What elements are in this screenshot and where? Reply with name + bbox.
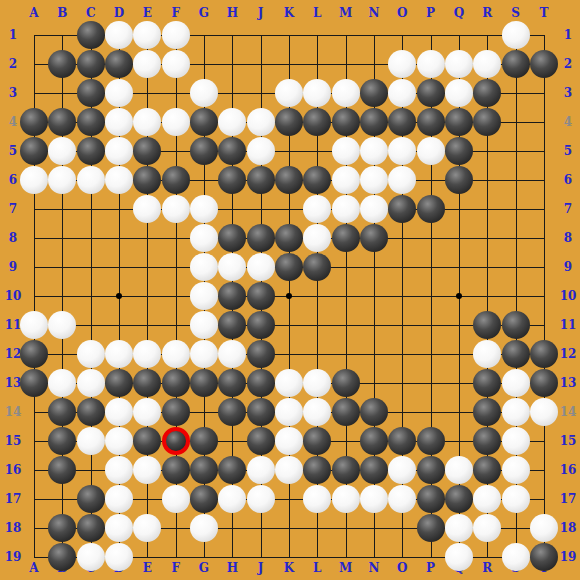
row-label-left-9: 9 (9, 260, 17, 274)
stone-N6[interactable] (360, 166, 388, 194)
stone-Q5[interactable] (445, 137, 473, 165)
stone-S15[interactable] (502, 427, 530, 455)
stone-J4[interactable] (247, 108, 275, 136)
column-label-bottom-A: A (29, 561, 38, 575)
go-board[interactable]: AABBCCDDEEFFGGHHJJKKLLMMNNOOPPQQRRSSTT11… (0, 0, 580, 580)
stone-K6[interactable] (275, 166, 303, 194)
stone-C4[interactable] (77, 108, 105, 136)
stone-C17[interactable] (77, 485, 105, 513)
stone-G8[interactable] (190, 224, 218, 252)
stone-D4[interactable] (105, 108, 133, 136)
stone-H5[interactable] (218, 137, 246, 165)
stone-D12[interactable] (105, 340, 133, 368)
row-label-right-10: 10 (560, 289, 577, 303)
stone-B2[interactable] (48, 50, 76, 78)
column-label-top-Q: Q (454, 6, 464, 20)
stone-P7[interactable] (417, 195, 445, 223)
stone-A11[interactable] (20, 311, 48, 339)
column-label-top-S: S (511, 6, 520, 20)
stone-A4[interactable] (20, 108, 48, 136)
stone-F14[interactable] (162, 398, 190, 426)
stone-M16[interactable] (332, 456, 360, 484)
stone-J8[interactable] (247, 224, 275, 252)
stone-M17[interactable] (332, 485, 360, 513)
stone-C19[interactable] (77, 543, 105, 571)
stone-F12[interactable] (162, 340, 190, 368)
column-label-top-R: R (482, 6, 492, 20)
stone-J17[interactable] (247, 485, 275, 513)
stone-C5[interactable] (77, 137, 105, 165)
stone-S1[interactable] (502, 21, 530, 49)
stone-Q2[interactable] (445, 50, 473, 78)
column-label-top-F: F (171, 6, 180, 20)
stone-R17[interactable] (473, 485, 501, 513)
stone-H11[interactable] (218, 311, 246, 339)
stone-G3[interactable] (190, 79, 218, 107)
stone-S13[interactable] (502, 369, 530, 397)
star-point-Q10 (456, 293, 462, 299)
stone-O3[interactable] (388, 79, 416, 107)
row-label-left-17: 17 (5, 492, 22, 506)
stone-D1[interactable] (105, 21, 133, 49)
row-label-left-5: 5 (9, 144, 17, 158)
stone-K16[interactable] (275, 456, 303, 484)
row-label-right-18: 18 (560, 521, 577, 535)
row-label-left-13: 13 (5, 376, 22, 390)
stone-T19[interactable] (530, 543, 558, 571)
column-label-top-L: L (313, 6, 321, 20)
stone-J16[interactable] (247, 456, 275, 484)
column-label-top-M: M (339, 6, 352, 20)
stone-N4[interactable] (360, 108, 388, 136)
stone-R11[interactable] (473, 311, 501, 339)
stone-F15-last-move-marker[interactable] (162, 427, 190, 455)
stone-K9[interactable] (275, 253, 303, 281)
stone-L3[interactable] (303, 79, 331, 107)
stone-L9[interactable] (303, 253, 331, 281)
stone-H10[interactable] (218, 282, 246, 310)
column-label-bottom-H: H (227, 561, 238, 575)
stone-E1[interactable] (133, 21, 161, 49)
stone-N3[interactable] (360, 79, 388, 107)
column-label-top-E: E (143, 6, 152, 20)
column-label-bottom-P: P (426, 561, 435, 575)
stone-D3[interactable] (105, 79, 133, 107)
stone-O17[interactable] (388, 485, 416, 513)
star-point-D10 (116, 293, 122, 299)
stone-R18[interactable] (473, 514, 501, 542)
stone-O6[interactable] (388, 166, 416, 194)
stone-R12[interactable] (473, 340, 501, 368)
stone-D2[interactable] (105, 50, 133, 78)
stone-S14[interactable] (502, 398, 530, 426)
stone-G11[interactable] (190, 311, 218, 339)
column-label-top-H: H (227, 6, 238, 20)
stone-G12[interactable] (190, 340, 218, 368)
stone-G13[interactable] (190, 369, 218, 397)
stone-D18[interactable] (105, 514, 133, 542)
stone-P2[interactable] (417, 50, 445, 78)
stone-D5[interactable] (105, 137, 133, 165)
stone-K13[interactable] (275, 369, 303, 397)
stone-F13[interactable] (162, 369, 190, 397)
row-label-right-14: 14 (560, 405, 577, 419)
stone-O15[interactable] (388, 427, 416, 455)
stone-P15[interactable] (417, 427, 445, 455)
stone-L14[interactable] (303, 398, 331, 426)
stone-N5[interactable] (360, 137, 388, 165)
stone-T2[interactable] (530, 50, 558, 78)
stone-H4[interactable] (218, 108, 246, 136)
stone-S19[interactable] (502, 543, 530, 571)
stone-G15[interactable] (190, 427, 218, 455)
row-label-left-6: 6 (9, 173, 17, 187)
column-label-bottom-N: N (368, 561, 379, 575)
row-label-left-12: 12 (5, 347, 22, 361)
stone-E4[interactable] (133, 108, 161, 136)
column-label-top-P: P (426, 6, 435, 20)
stone-D19[interactable] (105, 543, 133, 571)
stone-E6[interactable] (133, 166, 161, 194)
row-label-left-19: 19 (5, 550, 22, 564)
stone-R16[interactable] (473, 456, 501, 484)
row-label-left-16: 16 (5, 463, 22, 477)
column-label-top-A: A (29, 6, 38, 20)
stone-L8[interactable] (303, 224, 331, 252)
row-label-right-16: 16 (560, 463, 577, 477)
stone-Q18[interactable] (445, 514, 473, 542)
stone-P5[interactable] (417, 137, 445, 165)
stone-D15[interactable] (105, 427, 133, 455)
stone-E13[interactable] (133, 369, 161, 397)
stone-R2[interactable] (473, 50, 501, 78)
stone-F7[interactable] (162, 195, 190, 223)
stone-A12[interactable] (20, 340, 48, 368)
row-label-left-11: 11 (5, 318, 22, 332)
row-label-left-14: 14 (5, 405, 22, 419)
column-label-bottom-L: L (313, 561, 321, 575)
stone-P3[interactable] (417, 79, 445, 107)
row-label-right-19: 19 (560, 550, 577, 564)
stone-B19[interactable] (48, 543, 76, 571)
stone-R3[interactable] (473, 79, 501, 107)
stone-F16[interactable] (162, 456, 190, 484)
stone-C18[interactable] (77, 514, 105, 542)
stone-G7[interactable] (190, 195, 218, 223)
stone-M8[interactable] (332, 224, 360, 252)
row-label-left-10: 10 (5, 289, 22, 303)
stone-H6[interactable] (218, 166, 246, 194)
row-label-left-15: 15 (5, 434, 22, 448)
stone-Q3[interactable] (445, 79, 473, 107)
column-label-top-K: K (284, 6, 294, 20)
row-label-left-8: 8 (9, 231, 17, 245)
stone-G4[interactable] (190, 108, 218, 136)
stone-E2[interactable] (133, 50, 161, 78)
stone-J11[interactable] (247, 311, 275, 339)
stone-Q6[interactable] (445, 166, 473, 194)
stone-G16[interactable] (190, 456, 218, 484)
stone-M6[interactable] (332, 166, 360, 194)
stone-C13[interactable] (77, 369, 105, 397)
stone-H16[interactable] (218, 456, 246, 484)
stone-O16[interactable] (388, 456, 416, 484)
stone-E18[interactable] (133, 514, 161, 542)
stone-H12[interactable] (218, 340, 246, 368)
stone-J12[interactable] (247, 340, 275, 368)
stone-A5[interactable] (20, 137, 48, 165)
stone-E12[interactable] (133, 340, 161, 368)
stone-Q16[interactable] (445, 456, 473, 484)
stone-M7[interactable] (332, 195, 360, 223)
stone-K15[interactable] (275, 427, 303, 455)
stone-E5[interactable] (133, 137, 161, 165)
stone-F4[interactable] (162, 108, 190, 136)
stone-F6[interactable] (162, 166, 190, 194)
row-label-right-7: 7 (564, 202, 572, 216)
stone-Q4[interactable] (445, 108, 473, 136)
row-label-left-3: 3 (9, 86, 17, 100)
stone-M13[interactable] (332, 369, 360, 397)
stone-B6[interactable] (48, 166, 76, 194)
column-label-bottom-F: F (171, 561, 180, 575)
stone-O4[interactable] (388, 108, 416, 136)
stone-D17[interactable] (105, 485, 133, 513)
stone-E7[interactable] (133, 195, 161, 223)
row-label-right-3: 3 (564, 86, 572, 100)
stone-B5[interactable] (48, 137, 76, 165)
stone-H17[interactable] (218, 485, 246, 513)
stone-T18[interactable] (530, 514, 558, 542)
stone-H14[interactable] (218, 398, 246, 426)
row-label-left-2: 2 (9, 57, 17, 71)
column-label-bottom-E: E (143, 561, 152, 575)
stone-A13[interactable] (20, 369, 48, 397)
column-label-top-C: C (86, 6, 96, 20)
stone-P18[interactable] (417, 514, 445, 542)
stone-G17[interactable] (190, 485, 218, 513)
stone-P16[interactable] (417, 456, 445, 484)
stone-G9[interactable] (190, 253, 218, 281)
column-label-top-O: O (397, 6, 407, 20)
stone-L4[interactable] (303, 108, 331, 136)
stone-S16[interactable] (502, 456, 530, 484)
stone-C6[interactable] (77, 166, 105, 194)
stone-D13[interactable] (105, 369, 133, 397)
row-label-left-1: 1 (9, 28, 17, 42)
stone-F17[interactable] (162, 485, 190, 513)
stone-K14[interactable] (275, 398, 303, 426)
row-label-right-6: 6 (564, 173, 572, 187)
stone-B16[interactable] (48, 456, 76, 484)
stone-D6[interactable] (105, 166, 133, 194)
stone-E16[interactable] (133, 456, 161, 484)
stone-B11[interactable] (48, 311, 76, 339)
stone-G18[interactable] (190, 514, 218, 542)
stone-P4[interactable] (417, 108, 445, 136)
stone-J6[interactable] (247, 166, 275, 194)
stone-F1[interactable] (162, 21, 190, 49)
stone-R15[interactable] (473, 427, 501, 455)
row-label-right-2: 2 (564, 57, 572, 71)
stone-L13[interactable] (303, 369, 331, 397)
column-label-top-G: G (199, 6, 209, 20)
stone-R13[interactable] (473, 369, 501, 397)
stone-K4[interactable] (275, 108, 303, 136)
column-label-bottom-K: K (284, 561, 294, 575)
stone-B18[interactable] (48, 514, 76, 542)
stone-C3[interactable] (77, 79, 105, 107)
stone-M3[interactable] (332, 79, 360, 107)
column-label-top-N: N (368, 6, 379, 20)
row-label-right-9: 9 (564, 260, 572, 274)
stone-H13[interactable] (218, 369, 246, 397)
row-label-left-4: 4 (9, 115, 17, 129)
stone-J15[interactable] (247, 427, 275, 455)
stone-T13[interactable] (530, 369, 558, 397)
column-label-bottom-J: J (258, 561, 264, 575)
row-label-right-13: 13 (560, 376, 577, 390)
stone-D14[interactable] (105, 398, 133, 426)
stone-S11[interactable] (502, 311, 530, 339)
stone-L17[interactable] (303, 485, 331, 513)
stone-C14[interactable] (77, 398, 105, 426)
row-label-right-12: 12 (560, 347, 577, 361)
stone-O2[interactable] (388, 50, 416, 78)
stone-D16[interactable] (105, 456, 133, 484)
row-label-right-17: 17 (560, 492, 577, 506)
stone-N15[interactable] (360, 427, 388, 455)
stone-E15[interactable] (133, 427, 161, 455)
stone-N17[interactable] (360, 485, 388, 513)
stone-Q19[interactable] (445, 543, 473, 571)
stone-L7[interactable] (303, 195, 331, 223)
stone-M4[interactable] (332, 108, 360, 136)
column-label-top-J: J (258, 6, 264, 20)
stone-C15[interactable] (77, 427, 105, 455)
stone-E14[interactable] (133, 398, 161, 426)
stone-H9[interactable] (218, 253, 246, 281)
star-point-K10 (286, 293, 292, 299)
stone-M5[interactable] (332, 137, 360, 165)
row-label-left-7: 7 (9, 202, 17, 216)
stone-N8[interactable] (360, 224, 388, 252)
stone-P17[interactable] (417, 485, 445, 513)
stone-J5[interactable] (247, 137, 275, 165)
row-label-right-11: 11 (560, 318, 577, 332)
stone-B13[interactable] (48, 369, 76, 397)
column-label-bottom-M: M (339, 561, 352, 575)
row-label-right-15: 15 (560, 434, 577, 448)
stone-S12[interactable] (502, 340, 530, 368)
stone-A6[interactable] (20, 166, 48, 194)
stone-G10[interactable] (190, 282, 218, 310)
row-label-right-4: 4 (564, 115, 572, 129)
stone-B14[interactable] (48, 398, 76, 426)
stone-O7[interactable] (388, 195, 416, 223)
stone-J9[interactable] (247, 253, 275, 281)
stone-F2[interactable] (162, 50, 190, 78)
stone-L15[interactable] (303, 427, 331, 455)
grid-vline (544, 35, 545, 558)
stone-O5[interactable] (388, 137, 416, 165)
stone-K8[interactable] (275, 224, 303, 252)
stone-R4[interactable] (473, 108, 501, 136)
stone-J13[interactable] (247, 369, 275, 397)
row-label-left-18: 18 (5, 521, 22, 535)
stone-R14[interactable] (473, 398, 501, 426)
column-label-bottom-O: O (397, 561, 407, 575)
stone-C12[interactable] (77, 340, 105, 368)
stone-T14[interactable] (530, 398, 558, 426)
row-label-right-8: 8 (564, 231, 572, 245)
stone-J14[interactable] (247, 398, 275, 426)
column-label-bottom-R: R (482, 561, 492, 575)
stone-S2[interactable] (502, 50, 530, 78)
stone-L16[interactable] (303, 456, 331, 484)
stone-C2[interactable] (77, 50, 105, 78)
stone-H8[interactable] (218, 224, 246, 252)
column-label-bottom-G: G (199, 561, 209, 575)
stone-G5[interactable] (190, 137, 218, 165)
column-label-top-D: D (114, 6, 124, 20)
stone-N16[interactable] (360, 456, 388, 484)
stone-M14[interactable] (332, 398, 360, 426)
stone-N14[interactable] (360, 398, 388, 426)
stone-C1[interactable] (77, 21, 105, 49)
stone-Q17[interactable] (445, 485, 473, 513)
stone-B4[interactable] (48, 108, 76, 136)
row-label-right-5: 5 (564, 144, 572, 158)
stone-J10[interactable] (247, 282, 275, 310)
stone-T12[interactable] (530, 340, 558, 368)
stone-S17[interactable] (502, 485, 530, 513)
stone-K3[interactable] (275, 79, 303, 107)
column-label-top-B: B (57, 6, 67, 20)
stone-N7[interactable] (360, 195, 388, 223)
column-label-top-T: T (539, 6, 548, 20)
row-label-right-1: 1 (564, 28, 572, 42)
stone-B15[interactable] (48, 427, 76, 455)
stone-L6[interactable] (303, 166, 331, 194)
